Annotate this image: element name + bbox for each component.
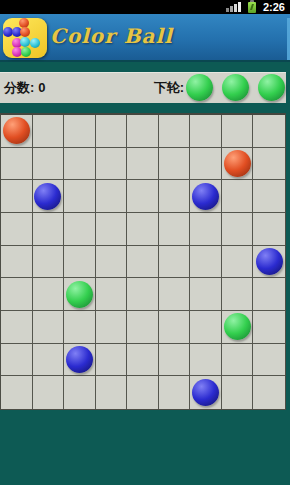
app-icon-ball-green <box>21 47 31 57</box>
board-cell[interactable] <box>96 148 128 181</box>
ball-blue[interactable] <box>66 346 93 373</box>
clock: 2:26 <box>263 0 285 14</box>
board-cell[interactable] <box>64 180 96 213</box>
next-ball-green <box>186 74 213 101</box>
board-cell[interactable] <box>127 180 159 213</box>
board-cell[interactable] <box>222 148 254 181</box>
board-cell[interactable] <box>159 344 191 377</box>
board-cell[interactable] <box>1 246 33 279</box>
ball-blue[interactable] <box>34 183 61 210</box>
board-cell[interactable] <box>1 344 33 377</box>
board-cell[interactable] <box>159 376 191 409</box>
board-cell[interactable] <box>33 213 65 246</box>
next-balls <box>186 74 285 101</box>
signal-icon <box>226 2 241 12</box>
board-cell[interactable] <box>222 180 254 213</box>
board-cell[interactable] <box>1 180 33 213</box>
board-cell[interactable] <box>190 376 222 409</box>
board-cell[interactable] <box>190 115 222 148</box>
app-screen: 2:26 Color Ball 分数: 0 下轮: <box>0 0 290 485</box>
board-cell[interactable] <box>190 311 222 344</box>
board-cell[interactable] <box>253 115 285 148</box>
board-cell[interactable] <box>96 311 128 344</box>
ball-blue[interactable] <box>192 183 219 210</box>
board-cell[interactable] <box>190 344 222 377</box>
board-cell[interactable] <box>159 246 191 279</box>
board-cell[interactable] <box>64 278 96 311</box>
board-cell[interactable] <box>222 376 254 409</box>
board-cell[interactable] <box>127 148 159 181</box>
board-cell[interactable] <box>253 311 285 344</box>
board-cell[interactable] <box>159 278 191 311</box>
board-cell[interactable] <box>64 344 96 377</box>
board-cell[interactable] <box>253 148 285 181</box>
board-cell[interactable] <box>222 213 254 246</box>
board-cell[interactable] <box>127 311 159 344</box>
board-cell[interactable] <box>127 344 159 377</box>
app-icon-ball-cyan <box>30 38 40 48</box>
board-cell[interactable] <box>253 246 285 279</box>
score-bar: 分数: 0 下轮: <box>0 72 286 103</box>
board-cell[interactable] <box>1 213 33 246</box>
board-cell[interactable] <box>64 148 96 181</box>
board-cell[interactable] <box>253 344 285 377</box>
board-cell[interactable] <box>1 376 33 409</box>
board-cell[interactable] <box>159 115 191 148</box>
board-cell[interactable] <box>127 246 159 279</box>
board-cell[interactable] <box>127 115 159 148</box>
board-cell[interactable] <box>159 311 191 344</box>
ball-red[interactable] <box>224 150 251 177</box>
board-cell[interactable] <box>222 311 254 344</box>
ball-blue[interactable] <box>256 248 283 275</box>
board-cell[interactable] <box>1 148 33 181</box>
board-cell[interactable] <box>1 311 33 344</box>
board-cell[interactable] <box>33 148 65 181</box>
board-cell[interactable] <box>96 213 128 246</box>
board-cell[interactable] <box>190 180 222 213</box>
board-cell[interactable] <box>127 278 159 311</box>
ball-green[interactable] <box>224 313 251 340</box>
board-cell[interactable] <box>96 246 128 279</box>
board-cell[interactable] <box>127 213 159 246</box>
board-cell[interactable] <box>159 213 191 246</box>
board-cell[interactable] <box>190 246 222 279</box>
board-cell[interactable] <box>190 213 222 246</box>
board-cell[interactable] <box>33 376 65 409</box>
app-icon-ball-cyan <box>20 37 30 47</box>
status-bar: 2:26 <box>0 0 290 14</box>
next-ball-green <box>222 74 249 101</box>
board-cell[interactable] <box>64 376 96 409</box>
ball-blue[interactable] <box>192 379 219 406</box>
board-cell[interactable] <box>96 115 128 148</box>
board-cell[interactable] <box>64 311 96 344</box>
score-value: 0 <box>38 80 45 95</box>
board-cell[interactable] <box>96 278 128 311</box>
board-cell[interactable] <box>33 180 65 213</box>
scrollbar <box>287 18 290 60</box>
board-cell[interactable] <box>1 278 33 311</box>
ball-red[interactable] <box>3 117 30 144</box>
title-bar: Color Ball <box>0 14 290 62</box>
board-cell[interactable] <box>159 180 191 213</box>
board-cell[interactable] <box>222 246 254 279</box>
board-cell[interactable] <box>253 180 285 213</box>
board-cell[interactable] <box>33 246 65 279</box>
board-cell[interactable] <box>159 148 191 181</box>
board-cell[interactable] <box>96 376 128 409</box>
board-cell[interactable] <box>253 376 285 409</box>
board-cell[interactable] <box>96 344 128 377</box>
app-icon-ball-red <box>20 27 30 37</box>
board-cell[interactable] <box>222 278 254 311</box>
board-cell[interactable] <box>33 344 65 377</box>
board-cell[interactable] <box>1 115 33 148</box>
next-balls-label: 下轮: <box>154 79 184 97</box>
board-cell[interactable] <box>96 180 128 213</box>
board-cell[interactable] <box>190 148 222 181</box>
score-label: 分数: <box>4 79 34 97</box>
board-cell[interactable] <box>222 344 254 377</box>
board-cell[interactable] <box>64 115 96 148</box>
board <box>0 113 286 410</box>
battery-icon <box>248 2 256 13</box>
board-cell[interactable] <box>64 246 96 279</box>
board-cell[interactable] <box>64 213 96 246</box>
app-title: Color Ball <box>50 24 173 48</box>
ball-green[interactable] <box>66 281 93 308</box>
next-ball-green <box>258 74 285 101</box>
board-cell[interactable] <box>33 115 65 148</box>
board-cell[interactable] <box>253 213 285 246</box>
app-icon <box>3 18 47 58</box>
board-cell[interactable] <box>33 278 65 311</box>
board-cell[interactable] <box>33 311 65 344</box>
board-cell[interactable] <box>253 278 285 311</box>
board-cell[interactable] <box>222 115 254 148</box>
board-cell[interactable] <box>127 376 159 409</box>
board-cell[interactable] <box>190 278 222 311</box>
